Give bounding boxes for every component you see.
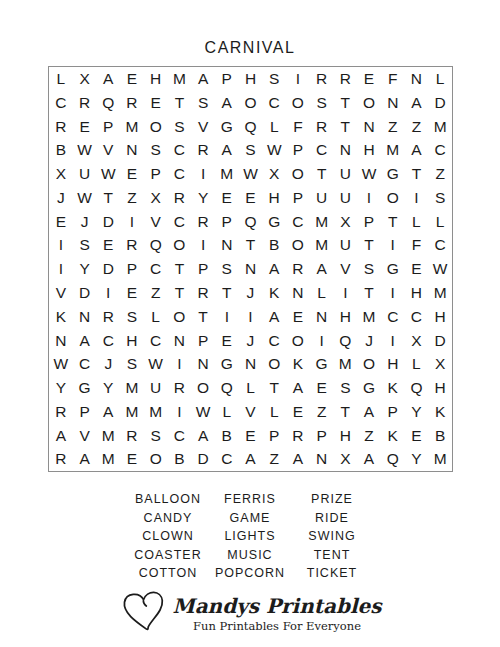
grid-cell[interactable]: M bbox=[428, 115, 452, 139]
grid-cell[interactable]: H bbox=[405, 281, 429, 305]
grid-cell[interactable]: N bbox=[239, 352, 263, 376]
grid-cell[interactable]: M bbox=[428, 281, 452, 305]
grid-cell[interactable]: B bbox=[49, 138, 73, 162]
grid-cell[interactable]: R bbox=[191, 138, 215, 162]
grid-cell[interactable]: V bbox=[144, 210, 168, 234]
grid-cell[interactable]: C bbox=[381, 305, 405, 329]
grid-cell[interactable]: M bbox=[96, 447, 120, 471]
grid-cell[interactable]: N bbox=[239, 257, 263, 281]
grid-cell[interactable]: I bbox=[49, 257, 73, 281]
grid-cell[interactable]: R bbox=[191, 210, 215, 234]
grid-cell[interactable]: V bbox=[239, 400, 263, 424]
grid-cell[interactable]: N bbox=[333, 138, 357, 162]
grid-cell[interactable]: P bbox=[191, 328, 215, 352]
grid-cell[interactable]: G bbox=[357, 376, 381, 400]
grid-cell[interactable]: M bbox=[120, 115, 144, 139]
grid-cell[interactable]: N bbox=[286, 281, 310, 305]
grid-cell[interactable]: Q bbox=[215, 376, 239, 400]
grid-cell[interactable]: Z bbox=[428, 162, 452, 186]
grid-cell[interactable]: N bbox=[191, 352, 215, 376]
grid-cell[interactable]: I bbox=[239, 305, 263, 329]
grid-cell[interactable]: A bbox=[73, 447, 97, 471]
grid-cell[interactable]: P bbox=[191, 257, 215, 281]
grid-cell[interactable]: T bbox=[168, 281, 192, 305]
grid-cell[interactable]: M bbox=[333, 352, 357, 376]
grid-cell[interactable]: T bbox=[405, 162, 429, 186]
footer-logo: Mandys Printables Fun Printables For Eve… bbox=[0, 588, 500, 638]
grid-cell[interactable]: S bbox=[144, 138, 168, 162]
grid-cell[interactable]: H bbox=[262, 186, 286, 210]
grid-cell[interactable]: L bbox=[262, 400, 286, 424]
grid-cell[interactable]: L bbox=[262, 115, 286, 139]
grid-cell[interactable]: A bbox=[357, 447, 381, 471]
grid-cell[interactable]: I bbox=[286, 67, 310, 91]
grid-cell[interactable]: Z bbox=[144, 281, 168, 305]
grid-cell[interactable]: R bbox=[120, 233, 144, 257]
grid-cell[interactable]: S bbox=[310, 91, 334, 115]
grid-cell[interactable]: E bbox=[286, 305, 310, 329]
grid-cell[interactable]: O bbox=[144, 447, 168, 471]
grid-cell[interactable]: O bbox=[168, 305, 192, 329]
grid-cell[interactable]: T bbox=[333, 400, 357, 424]
grid-cell[interactable]: Z bbox=[357, 423, 381, 447]
word-item: TICKET bbox=[291, 564, 373, 583]
grid-cell[interactable]: O bbox=[168, 233, 192, 257]
grid-cell[interactable]: F bbox=[286, 115, 310, 139]
grid-cell[interactable]: U bbox=[310, 186, 334, 210]
grid-cell[interactable]: H bbox=[428, 376, 452, 400]
grid-cell[interactable]: C bbox=[428, 233, 452, 257]
word-list: BALLOONCANDYCLOWNCOASTERCOTTONFERRISGAME… bbox=[0, 490, 500, 583]
grid-cell[interactable]: S bbox=[215, 257, 239, 281]
grid-cell[interactable]: C bbox=[96, 328, 120, 352]
grid-cell[interactable]: Q bbox=[239, 210, 263, 234]
grid-cell[interactable]: D bbox=[96, 210, 120, 234]
grid-cell[interactable]: L bbox=[310, 281, 334, 305]
grid-cell[interactable]: R bbox=[286, 423, 310, 447]
grid-cell[interactable]: P bbox=[215, 210, 239, 234]
grid-cell[interactable]: A bbox=[286, 447, 310, 471]
grid-cell[interactable]: A bbox=[262, 305, 286, 329]
word-item: COASTER bbox=[127, 546, 209, 565]
grid-cell[interactable]: Y bbox=[49, 376, 73, 400]
grid-cell[interactable]: J bbox=[96, 352, 120, 376]
grid-cell[interactable]: Y bbox=[73, 257, 97, 281]
grid-cell[interactable]: D bbox=[428, 91, 452, 115]
grid-cell[interactable]: D bbox=[428, 328, 452, 352]
grid-cell[interactable]: O bbox=[262, 352, 286, 376]
grid-cell[interactable]: I bbox=[168, 352, 192, 376]
grid-cell[interactable]: Y bbox=[96, 376, 120, 400]
grid-cell[interactable]: R bbox=[333, 67, 357, 91]
grid-cell[interactable]: A bbox=[405, 138, 429, 162]
grid-cell[interactable]: M bbox=[96, 423, 120, 447]
grid-cell[interactable]: E bbox=[73, 115, 97, 139]
grid-cell[interactable]: X bbox=[405, 328, 429, 352]
grid-cell[interactable]: G bbox=[381, 162, 405, 186]
word-item: POPCORN bbox=[209, 564, 291, 583]
grid-cell[interactable]: V bbox=[333, 257, 357, 281]
grid-cell[interactable]: N bbox=[215, 233, 239, 257]
grid-cell[interactable]: S bbox=[239, 138, 263, 162]
grid-cell[interactable]: C bbox=[144, 257, 168, 281]
grid-cell[interactable]: W bbox=[239, 162, 263, 186]
grid-cell[interactable]: P bbox=[96, 115, 120, 139]
grid-cell[interactable]: U bbox=[333, 162, 357, 186]
grid-cell[interactable]: J bbox=[73, 210, 97, 234]
grid-cell[interactable]: T bbox=[215, 281, 239, 305]
grid-cell[interactable]: D bbox=[96, 257, 120, 281]
grid-cell[interactable]: H bbox=[381, 352, 405, 376]
grid-cell[interactable]: I bbox=[381, 328, 405, 352]
grid-cell[interactable]: E bbox=[49, 210, 73, 234]
grid-cell[interactable]: I bbox=[120, 210, 144, 234]
grid-cell[interactable]: M bbox=[428, 447, 452, 471]
grid-cell[interactable]: R bbox=[120, 423, 144, 447]
grid-cell[interactable]: I bbox=[168, 400, 192, 424]
grid-cell[interactable]: T bbox=[381, 210, 405, 234]
grid-cell[interactable]: D bbox=[73, 281, 97, 305]
grid-cell[interactable]: W bbox=[428, 257, 452, 281]
grid-cell[interactable]: A bbox=[73, 328, 97, 352]
grid-cell[interactable]: X bbox=[49, 162, 73, 186]
grid-cell[interactable]: R bbox=[168, 186, 192, 210]
grid-cell[interactable]: X bbox=[262, 162, 286, 186]
grid-cell[interactable]: X bbox=[333, 210, 357, 234]
grid-cell[interactable]: E bbox=[144, 91, 168, 115]
grid-cell[interactable]: E bbox=[215, 328, 239, 352]
grid-cell[interactable]: A bbox=[310, 257, 334, 281]
grid-cell[interactable]: A bbox=[215, 91, 239, 115]
grid-cell[interactable]: O bbox=[144, 115, 168, 139]
grid-cell[interactable]: K bbox=[262, 281, 286, 305]
grid-cell[interactable]: F bbox=[381, 67, 405, 91]
grid-cell[interactable]: N bbox=[168, 328, 192, 352]
grid-cell[interactable]: E bbox=[239, 186, 263, 210]
grid-cell[interactable]: N bbox=[73, 305, 97, 329]
grid-cell[interactable]: L bbox=[239, 376, 263, 400]
grid-cell[interactable]: C bbox=[73, 352, 97, 376]
grid-cell[interactable]: S bbox=[144, 423, 168, 447]
grid-cell[interactable]: G bbox=[215, 115, 239, 139]
grid-cell[interactable]: J bbox=[239, 281, 263, 305]
grid-cell[interactable]: X bbox=[428, 352, 452, 376]
grid-cell[interactable]: W bbox=[49, 352, 73, 376]
grid-cell[interactable]: X bbox=[73, 67, 97, 91]
grid-cell[interactable]: O bbox=[381, 186, 405, 210]
grid-cell[interactable]: G bbox=[262, 210, 286, 234]
grid-cell[interactable]: K bbox=[49, 305, 73, 329]
grid-cell[interactable]: H bbox=[333, 305, 357, 329]
grid-cell[interactable]: S bbox=[357, 257, 381, 281]
grid-cell[interactable]: Y bbox=[405, 447, 429, 471]
grid-cell[interactable]: C bbox=[310, 138, 334, 162]
grid-cell[interactable]: G bbox=[215, 352, 239, 376]
grid-cell[interactable]: R bbox=[191, 281, 215, 305]
grid-cell[interactable]: T bbox=[333, 115, 357, 139]
grid-cell[interactable]: S bbox=[120, 352, 144, 376]
grid-cell[interactable]: E bbox=[357, 67, 381, 91]
grid-cell[interactable]: C bbox=[428, 138, 452, 162]
grid-cell[interactable]: I bbox=[215, 305, 239, 329]
grid-cell[interactable]: E bbox=[286, 400, 310, 424]
grid-cell[interactable]: O bbox=[357, 352, 381, 376]
grid-cell[interactable]: P bbox=[381, 400, 405, 424]
grid-cell[interactable]: V bbox=[73, 423, 97, 447]
grid-cell[interactable]: C bbox=[405, 305, 429, 329]
brand-tagline: Fun Printables For Everyone bbox=[193, 619, 361, 633]
grid-cell[interactable]: L bbox=[428, 67, 452, 91]
grid-cell[interactable]: E bbox=[96, 233, 120, 257]
grid-cell[interactable]: W bbox=[73, 186, 97, 210]
grid-cell[interactable]: Z bbox=[262, 447, 286, 471]
grid-cell[interactable]: A bbox=[191, 423, 215, 447]
grid-cell[interactable]: Q bbox=[405, 376, 429, 400]
grid-cell[interactable]: P bbox=[286, 138, 310, 162]
grid-cell[interactable]: O bbox=[286, 162, 310, 186]
grid-cell[interactable]: C bbox=[262, 91, 286, 115]
grid-cell[interactable]: T bbox=[96, 186, 120, 210]
grid-cell[interactable]: T bbox=[168, 91, 192, 115]
grid-cell[interactable]: V bbox=[191, 115, 215, 139]
grid-cell[interactable]: N bbox=[310, 447, 334, 471]
grid-cell[interactable]: W bbox=[96, 162, 120, 186]
word-item: GAME bbox=[209, 509, 291, 528]
grid-cell[interactable]: O bbox=[286, 328, 310, 352]
grid-cell[interactable]: I bbox=[357, 186, 381, 210]
grid-cell[interactable]: A bbox=[49, 423, 73, 447]
grid-cell[interactable]: K bbox=[286, 352, 310, 376]
grid-cell[interactable]: A bbox=[357, 400, 381, 424]
grid-cell[interactable]: F bbox=[405, 233, 429, 257]
grid-cell[interactable]: G bbox=[381, 257, 405, 281]
grid-cell[interactable]: Q bbox=[96, 91, 120, 115]
grid-cell[interactable]: M bbox=[120, 400, 144, 424]
grid-cell[interactable]: I bbox=[381, 281, 405, 305]
grid-cell[interactable]: B bbox=[262, 233, 286, 257]
grid-cell[interactable]: C bbox=[168, 210, 192, 234]
grid-cell[interactable]: V bbox=[96, 138, 120, 162]
grid-cell[interactable]: R bbox=[120, 91, 144, 115]
grid-cell[interactable]: R bbox=[310, 67, 334, 91]
grid-cell[interactable]: S bbox=[428, 186, 452, 210]
grid-cell[interactable]: O bbox=[357, 91, 381, 115]
grid-cell[interactable]: S bbox=[262, 67, 286, 91]
grid-cell[interactable]: A bbox=[239, 447, 263, 471]
grid-cell[interactable]: E bbox=[120, 447, 144, 471]
grid-cell[interactable]: T bbox=[310, 162, 334, 186]
grid-cell[interactable]: R bbox=[286, 257, 310, 281]
grid-cell[interactable]: A bbox=[96, 67, 120, 91]
grid-cell[interactable]: J bbox=[239, 328, 263, 352]
grid-cell[interactable]: S bbox=[333, 376, 357, 400]
grid-cell[interactable]: L bbox=[405, 210, 429, 234]
grid-cell[interactable]: R bbox=[168, 376, 192, 400]
word-search-grid: LXAEHMAPHSIRREFNLCRQRETSAOCOSTONADREPMOS… bbox=[48, 66, 453, 472]
grid-cell[interactable]: I bbox=[96, 281, 120, 305]
grid-cell[interactable]: Z bbox=[310, 400, 334, 424]
grid-cell[interactable]: A bbox=[215, 138, 239, 162]
grid-cell[interactable]: E bbox=[310, 376, 334, 400]
grid-cell[interactable]: R bbox=[49, 400, 73, 424]
grid-cell[interactable]: W bbox=[357, 162, 381, 186]
grid-cell[interactable]: C bbox=[144, 328, 168, 352]
word-item: CANDY bbox=[127, 509, 209, 528]
grid-cell[interactable]: I bbox=[191, 233, 215, 257]
grid-cell[interactable]: Z bbox=[405, 115, 429, 139]
grid-cell[interactable]: G bbox=[310, 352, 334, 376]
grid-cell[interactable]: L bbox=[49, 67, 73, 91]
grid-cell[interactable]: L bbox=[428, 210, 452, 234]
grid-cell[interactable]: J bbox=[49, 186, 73, 210]
grid-cell[interactable]: P bbox=[262, 423, 286, 447]
grid-cell[interactable]: K bbox=[381, 376, 405, 400]
grid-cell[interactable]: S bbox=[120, 305, 144, 329]
grid-cell[interactable]: M bbox=[144, 400, 168, 424]
grid-cell[interactable]: T bbox=[357, 233, 381, 257]
grid-cell[interactable]: M bbox=[215, 162, 239, 186]
grid-cell[interactable]: T bbox=[262, 376, 286, 400]
grid-cell[interactable]: C bbox=[262, 328, 286, 352]
grid-cell[interactable]: C bbox=[49, 91, 73, 115]
grid-cell[interactable]: Q bbox=[333, 328, 357, 352]
grid-cell[interactable]: R bbox=[73, 91, 97, 115]
grid-cell[interactable]: M bbox=[120, 376, 144, 400]
grid-cell[interactable]: P bbox=[120, 257, 144, 281]
grid-cell[interactable]: V bbox=[49, 281, 73, 305]
word-item: SWING bbox=[291, 527, 373, 546]
grid-cell[interactable]: A bbox=[191, 67, 215, 91]
grid-cell[interactable]: P bbox=[310, 423, 334, 447]
grid-cell[interactable]: N bbox=[120, 138, 144, 162]
grid-cell[interactable]: H bbox=[120, 328, 144, 352]
grid-cell[interactable]: O bbox=[286, 91, 310, 115]
grid-cell[interactable]: W bbox=[191, 400, 215, 424]
grid-cell[interactable]: I bbox=[333, 281, 357, 305]
grid-cell[interactable]: T bbox=[191, 305, 215, 329]
grid-cell[interactable]: L bbox=[144, 305, 168, 329]
grid-cell[interactable]: A bbox=[96, 400, 120, 424]
grid-cell[interactable]: U bbox=[144, 376, 168, 400]
grid-cell[interactable]: M bbox=[168, 67, 192, 91]
grid-cell[interactable]: P bbox=[73, 400, 97, 424]
grid-cell[interactable]: C bbox=[168, 423, 192, 447]
grid-cell[interactable]: L bbox=[215, 400, 239, 424]
grid-cell[interactable]: R bbox=[96, 305, 120, 329]
grid-cell[interactable]: B bbox=[168, 447, 192, 471]
grid-cell[interactable]: O bbox=[191, 376, 215, 400]
grid-cell[interactable]: W bbox=[73, 138, 97, 162]
grid-cell[interactable]: R bbox=[49, 115, 73, 139]
grid-cell[interactable]: P bbox=[215, 67, 239, 91]
grid-cell[interactable]: P bbox=[357, 210, 381, 234]
grid-cell[interactable]: K bbox=[381, 423, 405, 447]
grid-cell[interactable]: B bbox=[428, 423, 452, 447]
grid-cell[interactable]: E bbox=[405, 423, 429, 447]
grid-cell[interactable]: I bbox=[191, 162, 215, 186]
grid-cell[interactable]: A bbox=[262, 257, 286, 281]
word-item: TENT bbox=[291, 546, 373, 565]
grid-cell[interactable]: T bbox=[357, 281, 381, 305]
grid-cell[interactable]: N bbox=[49, 328, 73, 352]
grid-cell[interactable]: E bbox=[120, 162, 144, 186]
grid-cell[interactable]: O bbox=[239, 91, 263, 115]
grid-cell[interactable]: M bbox=[357, 305, 381, 329]
grid-cell[interactable]: I bbox=[381, 233, 405, 257]
grid-cell[interactable]: N bbox=[381, 91, 405, 115]
grid-cell[interactable]: S bbox=[191, 91, 215, 115]
grid-cell[interactable]: N bbox=[357, 115, 381, 139]
grid-cell[interactable]: E bbox=[215, 186, 239, 210]
grid-cell[interactable]: T bbox=[239, 233, 263, 257]
grid-cell[interactable]: Q bbox=[144, 233, 168, 257]
grid-cell[interactable]: Q bbox=[381, 447, 405, 471]
grid-cell[interactable]: E bbox=[405, 257, 429, 281]
grid-cell[interactable]: R bbox=[310, 115, 334, 139]
grid-cell[interactable]: E bbox=[239, 423, 263, 447]
grid-cell[interactable]: P bbox=[286, 186, 310, 210]
grid-cell[interactable]: H bbox=[144, 67, 168, 91]
grid-cell[interactable]: Z bbox=[120, 186, 144, 210]
grid-cell[interactable]: I bbox=[49, 233, 73, 257]
grid-cell[interactable]: T bbox=[168, 257, 192, 281]
grid-cell[interactable]: O bbox=[286, 233, 310, 257]
grid-cell[interactable]: J bbox=[357, 328, 381, 352]
grid-cell[interactable]: N bbox=[310, 305, 334, 329]
grid-cell[interactable]: U bbox=[333, 233, 357, 257]
grid-cell[interactable]: Z bbox=[381, 115, 405, 139]
grid-cell[interactable]: N bbox=[405, 67, 429, 91]
grid-cell[interactable]: X bbox=[333, 447, 357, 471]
grid-cell[interactable]: K bbox=[428, 400, 452, 424]
grid-cell[interactable]: W bbox=[144, 352, 168, 376]
grid-cell[interactable]: Y bbox=[405, 400, 429, 424]
grid-cell[interactable]: M bbox=[381, 138, 405, 162]
grid-cell[interactable]: M bbox=[310, 210, 334, 234]
grid-cell[interactable]: S bbox=[73, 233, 97, 257]
grid-cell[interactable]: E bbox=[120, 67, 144, 91]
grid-cell[interactable]: L bbox=[405, 352, 429, 376]
grid-cell[interactable]: I bbox=[405, 186, 429, 210]
grid-cell[interactable]: G bbox=[73, 376, 97, 400]
grid-cell[interactable]: U bbox=[73, 162, 97, 186]
grid-cell[interactable]: C bbox=[286, 210, 310, 234]
grid-cell[interactable]: X bbox=[144, 186, 168, 210]
grid-cell[interactable]: A bbox=[405, 91, 429, 115]
grid-cell[interactable]: T bbox=[333, 91, 357, 115]
grid-cell[interactable]: M bbox=[310, 233, 334, 257]
grid-cell[interactable]: D bbox=[191, 447, 215, 471]
grid-cell[interactable]: A bbox=[286, 376, 310, 400]
grid-cell[interactable]: Q bbox=[239, 115, 263, 139]
grid-cell[interactable]: E bbox=[120, 281, 144, 305]
grid-cell[interactable]: C bbox=[168, 162, 192, 186]
grid-cell[interactable]: C bbox=[168, 138, 192, 162]
grid-cell[interactable]: P bbox=[144, 162, 168, 186]
grid-cell[interactable]: W bbox=[262, 138, 286, 162]
grid-cell[interactable]: R bbox=[49, 447, 73, 471]
grid-cell[interactable]: I bbox=[310, 328, 334, 352]
grid-cell[interactable]: S bbox=[168, 115, 192, 139]
grid-cell[interactable]: H bbox=[239, 67, 263, 91]
grid-cell[interactable]: U bbox=[333, 186, 357, 210]
grid-cell[interactable]: H bbox=[357, 138, 381, 162]
grid-cell[interactable]: H bbox=[428, 305, 452, 329]
grid-cell[interactable]: Y bbox=[191, 186, 215, 210]
grid-cell[interactable]: H bbox=[333, 423, 357, 447]
grid-cell[interactable]: B bbox=[215, 423, 239, 447]
grid-cell[interactable]: C bbox=[215, 447, 239, 471]
